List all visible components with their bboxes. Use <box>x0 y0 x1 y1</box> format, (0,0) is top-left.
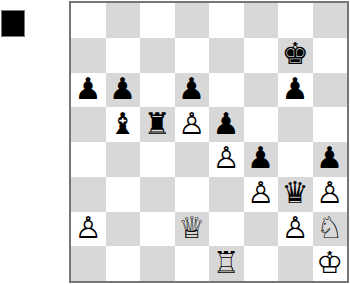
square-c6[interactable] <box>140 73 175 108</box>
black-pawn: ♟︎ <box>247 143 274 173</box>
square-a5[interactable] <box>71 107 106 142</box>
square-c2[interactable] <box>140 212 175 247</box>
black-pawn: ♟︎ <box>178 74 205 104</box>
square-f6[interactable] <box>244 73 279 108</box>
square-g6[interactable]: ♟︎ <box>278 73 313 108</box>
square-d7[interactable] <box>175 38 210 73</box>
black-rook: ♜ <box>144 109 171 139</box>
black-pawn: ♟︎ <box>109 74 136 104</box>
square-d1[interactable] <box>175 246 210 281</box>
white-king: ♔ <box>316 248 343 278</box>
square-f3[interactable]: ♙ <box>244 177 279 212</box>
white-pawn: ♙ <box>247 178 274 208</box>
square-d3[interactable] <box>175 177 210 212</box>
square-e6[interactable] <box>209 73 244 108</box>
square-a8[interactable] <box>71 3 106 38</box>
square-g7[interactable]: ♚ <box>278 38 313 73</box>
square-b5[interactable]: ♝ <box>106 107 141 142</box>
square-c4[interactable] <box>140 142 175 177</box>
white-rook: ♖ <box>213 248 240 278</box>
square-d6[interactable]: ♟︎ <box>175 73 210 108</box>
white-knight: ♘ <box>316 213 343 243</box>
square-h3[interactable]: ♙ <box>313 177 348 212</box>
square-h8[interactable] <box>313 3 348 38</box>
chess-diagram: ♚♟︎♟︎♟︎♟︎♝♜♙♟︎♙♟︎♟︎♙♛♙♙♕♙♘♖♔ <box>0 0 350 284</box>
square-b4[interactable] <box>106 142 141 177</box>
square-h1[interactable]: ♔ <box>313 246 348 281</box>
square-e4[interactable]: ♙ <box>209 142 244 177</box>
white-queen: ♕ <box>178 213 205 243</box>
square-b2[interactable] <box>106 212 141 247</box>
side-to-move-indicator <box>1 10 25 37</box>
square-f1[interactable] <box>244 246 279 281</box>
square-a4[interactable] <box>71 142 106 177</box>
square-g8[interactable] <box>278 3 313 38</box>
square-a6[interactable]: ♟︎ <box>71 73 106 108</box>
square-a3[interactable] <box>71 177 106 212</box>
black-pawn: ♟︎ <box>282 74 309 104</box>
black-pawn: ♟︎ <box>75 74 102 104</box>
square-c8[interactable] <box>140 3 175 38</box>
square-d4[interactable] <box>175 142 210 177</box>
white-pawn: ♙ <box>316 178 343 208</box>
square-g3[interactable]: ♛ <box>278 177 313 212</box>
square-e2[interactable] <box>209 212 244 247</box>
square-h2[interactable]: ♘ <box>313 212 348 247</box>
white-pawn: ♙ <box>178 109 205 139</box>
square-h7[interactable] <box>313 38 348 73</box>
black-king: ♚ <box>282 39 309 69</box>
square-f2[interactable] <box>244 212 279 247</box>
black-pawn: ♟︎ <box>213 109 240 139</box>
square-a7[interactable] <box>71 38 106 73</box>
square-h6[interactable] <box>313 73 348 108</box>
white-pawn: ♙ <box>75 213 102 243</box>
square-e8[interactable] <box>209 3 244 38</box>
square-h5[interactable] <box>313 107 348 142</box>
square-e7[interactable] <box>209 38 244 73</box>
black-bishop: ♝ <box>109 109 136 139</box>
square-e3[interactable] <box>209 177 244 212</box>
square-g2[interactable]: ♙ <box>278 212 313 247</box>
square-d8[interactable] <box>175 3 210 38</box>
white-pawn: ♙ <box>213 143 240 173</box>
square-c3[interactable] <box>140 177 175 212</box>
square-e1[interactable]: ♖ <box>209 246 244 281</box>
square-f5[interactable] <box>244 107 279 142</box>
square-a1[interactable] <box>71 246 106 281</box>
black-queen: ♛ <box>282 178 309 208</box>
square-e5[interactable]: ♟︎ <box>209 107 244 142</box>
black-pawn: ♟︎ <box>316 143 343 173</box>
square-b1[interactable] <box>106 246 141 281</box>
square-c7[interactable] <box>140 38 175 73</box>
square-f8[interactable] <box>244 3 279 38</box>
square-a2[interactable]: ♙ <box>71 212 106 247</box>
square-b3[interactable] <box>106 177 141 212</box>
square-b6[interactable]: ♟︎ <box>106 73 141 108</box>
square-g1[interactable] <box>278 246 313 281</box>
square-c1[interactable] <box>140 246 175 281</box>
square-b7[interactable] <box>106 38 141 73</box>
square-b8[interactable] <box>106 3 141 38</box>
square-g5[interactable] <box>278 107 313 142</box>
square-h4[interactable]: ♟︎ <box>313 142 348 177</box>
square-d5[interactable]: ♙ <box>175 107 210 142</box>
square-f4[interactable]: ♟︎ <box>244 142 279 177</box>
chess-board: ♚♟︎♟︎♟︎♟︎♝♜♙♟︎♙♟︎♟︎♙♛♙♙♕♙♘♖♔ <box>69 1 349 283</box>
square-c5[interactable]: ♜ <box>140 107 175 142</box>
square-f7[interactable] <box>244 38 279 73</box>
square-g4[interactable] <box>278 142 313 177</box>
square-d2[interactable]: ♕ <box>175 212 210 247</box>
white-pawn: ♙ <box>282 213 309 243</box>
